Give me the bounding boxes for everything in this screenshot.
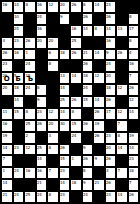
cell[interactable]: 14	[59, 84, 71, 96]
cell[interactable]: 8	[128, 13, 140, 25]
cell-number: 24	[83, 85, 88, 90]
cell[interactable]: 20	[1, 84, 13, 96]
cell[interactable]: 20	[105, 72, 117, 84]
cell[interactable]: 13	[59, 72, 71, 84]
cell[interactable]: 23	[13, 144, 25, 156]
cell[interactable]: 26	[36, 120, 48, 132]
cell-number: 26	[106, 97, 111, 102]
black-cell	[47, 72, 59, 84]
cell[interactable]: 23	[105, 191, 117, 203]
cell[interactable]: 26	[82, 120, 94, 132]
cell-number: 15	[72, 121, 77, 126]
cell-number: 23	[37, 109, 42, 114]
cell[interactable]: 8	[82, 1, 94, 13]
cell-number: 18	[83, 73, 88, 78]
black-cell	[116, 96, 128, 108]
black-cell	[70, 167, 82, 179]
black-cell	[47, 96, 59, 108]
cell-number: 12	[118, 109, 123, 114]
cell[interactable]: 8	[24, 108, 36, 120]
cell-number: 4	[129, 50, 131, 55]
cell[interactable]: 21	[1, 191, 13, 203]
black-cell	[47, 25, 59, 37]
cell[interactable]: 26	[128, 191, 140, 203]
cell-number: 23	[106, 192, 111, 197]
cell[interactable]: 14	[128, 144, 140, 156]
cell[interactable]: 12	[47, 1, 59, 13]
cell[interactable]: 19	[128, 132, 140, 144]
cell[interactable]: 8	[36, 84, 48, 96]
cell-number: 20	[106, 73, 111, 78]
cell[interactable]: 24	[105, 60, 117, 72]
cell-number: 7	[118, 168, 120, 173]
cell-number: 14	[3, 145, 8, 150]
black-cell	[70, 144, 82, 156]
cell[interactable]: 24	[82, 191, 94, 203]
cell[interactable]: 24	[36, 191, 48, 203]
cell[interactable]: 24	[13, 191, 25, 203]
cell-number: 7	[129, 180, 131, 185]
black-cell	[93, 84, 105, 96]
cell-number: 23	[3, 61, 8, 66]
cell-number: 2	[26, 133, 28, 138]
cell[interactable]: 16	[105, 37, 117, 49]
cell[interactable]: 15	[59, 155, 71, 167]
cell-number: 12	[49, 109, 54, 114]
black-cell	[93, 60, 105, 72]
cell[interactable]: 24	[70, 132, 82, 144]
cell[interactable]: 8	[47, 60, 59, 72]
cell[interactable]: 16	[128, 60, 140, 72]
cell-number: 9	[83, 180, 85, 185]
cell[interactable]: 3	[47, 132, 59, 144]
cell[interactable]: 26	[1, 49, 13, 61]
cell[interactable]: 14	[128, 108, 140, 120]
black-cell	[1, 13, 13, 25]
cell[interactable]: 24	[82, 84, 94, 96]
cell[interactable]: 8	[116, 132, 128, 144]
cell-number: 9	[37, 97, 39, 102]
cell-number: 16	[106, 38, 111, 43]
cell-number: 10	[14, 14, 19, 19]
cell[interactable]: 14	[82, 25, 94, 37]
cell[interactable]: 9	[93, 155, 105, 167]
cell-number: 24	[14, 26, 19, 31]
cell[interactable]: 9	[59, 13, 71, 25]
cell[interactable]: 26	[70, 96, 82, 108]
black-cell	[82, 108, 94, 120]
cell-number: 6	[49, 50, 51, 55]
cell[interactable]: 14	[105, 25, 117, 37]
cell[interactable]: 17	[105, 108, 117, 120]
cell-number: 26	[60, 145, 65, 150]
cell[interactable]: 14	[13, 96, 25, 108]
cell[interactable]: 11	[1, 108, 13, 120]
cell[interactable]: 23	[105, 1, 117, 13]
cell-number: 8	[49, 61, 51, 66]
cell-number: 15	[60, 156, 65, 161]
cell[interactable]: 18	[82, 72, 94, 84]
cell-number: 26	[95, 109, 100, 114]
keyword-puzzle-grid: 1614816122026814231024926268241616148141…	[0, 0, 140, 204]
black-cell	[36, 72, 48, 84]
cell[interactable]: 1	[1, 167, 13, 179]
cell-number: 7	[3, 156, 5, 161]
cell[interactable]: 4	[128, 49, 140, 61]
cell-number: 8	[26, 2, 28, 7]
letter-cell[interactable]: 5Б	[13, 72, 25, 84]
cell-number: 9	[106, 50, 108, 55]
cell[interactable]: 14	[1, 144, 13, 156]
black-cell	[47, 179, 59, 191]
black-cell	[116, 72, 128, 84]
cell-number: 20	[60, 2, 65, 7]
cell[interactable]: 16	[1, 120, 13, 132]
cell-number: 16	[37, 168, 42, 173]
black-cell	[59, 132, 71, 144]
cell[interactable]: 25	[59, 96, 71, 108]
cell-number: 23	[60, 192, 65, 197]
cell[interactable]: 14	[36, 155, 48, 167]
cell[interactable]: 25	[36, 144, 48, 156]
cell[interactable]: 23	[59, 191, 71, 203]
cell-number: 19	[3, 133, 8, 138]
cell[interactable]: 18	[70, 179, 82, 191]
cell-number: 26	[129, 192, 134, 197]
cell[interactable]: 21	[36, 179, 48, 191]
cell-number: 30	[60, 121, 65, 126]
cell-number: 8	[72, 109, 74, 114]
cell[interactable]: 16	[36, 1, 48, 13]
cell[interactable]: 7	[128, 72, 140, 84]
cell[interactable]: 8	[70, 108, 82, 120]
black-cell	[13, 155, 25, 167]
cell-number: 19	[129, 133, 134, 138]
cell-number: 14	[118, 192, 123, 197]
cell-number: 17	[129, 26, 134, 31]
given-letter: Б	[14, 76, 24, 83]
cell-number: 14	[95, 2, 100, 7]
cell-number: 15	[83, 97, 88, 102]
cell-number: 14	[118, 145, 123, 150]
cell-number: 26	[26, 38, 31, 43]
cell-number: 26	[72, 2, 77, 7]
black-cell	[116, 60, 128, 72]
black-cell	[70, 60, 82, 72]
cell[interactable]: 2	[24, 132, 36, 144]
cell[interactable]: 14	[59, 179, 71, 191]
cell-number: 20	[106, 145, 111, 150]
black-cell	[116, 1, 128, 13]
cell-number: 1	[26, 50, 28, 55]
cell[interactable]: 26	[105, 96, 117, 108]
cell-number: 23	[14, 145, 19, 150]
cell[interactable]: 14	[1, 179, 13, 191]
cell-number: 17	[106, 109, 111, 114]
cell[interactable]: 7	[47, 167, 59, 179]
cell-number: 15	[14, 109, 19, 114]
cell[interactable]: 15	[70, 120, 82, 132]
letter-cell[interactable]: 18Ъ	[24, 72, 36, 84]
cell[interactable]: 26	[82, 13, 94, 25]
cell[interactable]: 23	[128, 155, 140, 167]
cell-number: 18	[106, 85, 111, 90]
cell[interactable]: 8	[47, 191, 59, 203]
cell[interactable]: 12	[47, 108, 59, 120]
given-letter: Ъ	[25, 76, 35, 83]
cell[interactable]: 16	[1, 1, 13, 13]
black-cell	[36, 60, 48, 72]
cell[interactable]: 1	[24, 49, 36, 61]
cell[interactable]: 20	[105, 144, 117, 156]
cell[interactable]: 24	[36, 13, 48, 25]
cell[interactable]: 14	[70, 72, 82, 84]
cell-number: 8	[26, 109, 28, 114]
cell-number: 12	[49, 2, 54, 7]
cell-number: 9	[83, 145, 85, 150]
cell[interactable]: 14	[13, 1, 25, 13]
cell-number: 8	[129, 38, 131, 43]
cell[interactable]: 24	[24, 84, 36, 96]
cell-number: 25	[60, 97, 65, 102]
cell-number: 20	[49, 38, 54, 43]
cell[interactable]: 23	[1, 60, 13, 72]
cell-number: 8	[83, 168, 85, 173]
cell[interactable]: 18	[105, 84, 117, 96]
cell[interactable]: 14	[93, 96, 105, 108]
cell-number: 24	[26, 61, 31, 66]
cell[interactable]: 20	[47, 37, 59, 49]
cell[interactable]: 15	[82, 96, 94, 108]
cell[interactable]: 7	[116, 120, 128, 132]
cell[interactable]: 16	[36, 167, 48, 179]
cell-number: 24	[37, 192, 42, 197]
cell[interactable]: 12	[116, 108, 128, 120]
black-cell	[93, 37, 105, 49]
cell[interactable]: 7	[1, 155, 13, 167]
cell-number: 16	[129, 61, 134, 66]
cell[interactable]: 12	[93, 72, 105, 84]
cell[interactable]: 19	[93, 120, 105, 132]
cell-number: 26	[83, 121, 88, 126]
black-cell	[70, 191, 82, 203]
cell[interactable]: 9	[105, 49, 117, 61]
cell-number: 8	[37, 85, 39, 90]
cell[interactable]: 26	[128, 84, 140, 96]
cell[interactable]: 13	[116, 25, 128, 37]
cell[interactable]: 12	[24, 144, 36, 156]
black-cell	[36, 132, 48, 144]
cell[interactable]: 15	[13, 108, 25, 120]
cell-number: 8	[49, 192, 51, 197]
cell-number: 21	[95, 180, 100, 185]
cell[interactable]: 20	[47, 120, 59, 132]
cell-number: 26	[106, 180, 111, 185]
cell[interactable]: 8	[82, 167, 94, 179]
cell[interactable]: 25	[24, 191, 36, 203]
cell[interactable]: 24	[13, 25, 25, 37]
cell[interactable]: 1	[70, 155, 82, 167]
cell[interactable]: 4	[1, 37, 13, 49]
cell-number: 21	[3, 192, 8, 197]
cell-number: 18	[60, 50, 65, 55]
cell-number: 20	[49, 121, 54, 126]
cell-number: 7	[49, 168, 51, 173]
cell-number: 18	[14, 85, 19, 90]
cell-number: 24	[106, 61, 111, 66]
cell[interactable]: 10	[13, 13, 25, 25]
cell[interactable]: 3	[105, 167, 117, 179]
cell[interactable]: 18	[13, 84, 25, 96]
cell-number: 3	[106, 168, 108, 173]
cell[interactable]: 26	[93, 132, 105, 144]
black-cell	[105, 120, 117, 132]
cell-number: 13	[60, 73, 65, 78]
cell[interactable]: 26	[82, 60, 94, 72]
cell[interactable]: 17	[128, 25, 140, 37]
black-cell	[116, 179, 128, 191]
cell[interactable]: 23	[36, 108, 48, 120]
cell-number: 25	[26, 192, 31, 197]
black-cell	[1, 96, 13, 108]
letter-cell[interactable]: 26О	[1, 72, 13, 84]
cell[interactable]: 30	[59, 120, 71, 132]
black-cell	[70, 84, 82, 96]
cell-number: 26	[118, 50, 123, 55]
cell-number: 24	[14, 168, 19, 173]
cell[interactable]: 20	[59, 1, 71, 13]
cell[interactable]: 18	[128, 167, 140, 179]
cell-number: 25	[37, 145, 42, 150]
cell-number: 12	[95, 73, 100, 78]
cell-number: 26	[95, 133, 100, 138]
black-cell	[82, 132, 94, 144]
cell[interactable]: 26	[105, 155, 117, 167]
cell-number: 8	[95, 26, 97, 31]
cell[interactable]: 6	[47, 49, 59, 61]
cell[interactable]: 26	[105, 13, 117, 25]
black-cell	[24, 13, 36, 25]
black-cell	[116, 13, 128, 25]
cell-number: 14	[3, 180, 8, 185]
cell[interactable]: 18	[59, 49, 71, 61]
cell-number: 26	[106, 14, 111, 19]
black-cell	[13, 132, 25, 144]
cell-number: 14	[60, 109, 65, 114]
cell-number: 24	[26, 85, 31, 90]
cell[interactable]: 8	[24, 1, 36, 13]
cell-number: 26	[37, 121, 42, 126]
cell[interactable]: 25	[24, 120, 36, 132]
cell-number: 14	[14, 97, 19, 102]
given-letter: О	[2, 76, 12, 83]
black-cell	[47, 13, 59, 25]
cell-number: 24	[83, 192, 88, 197]
cell[interactable]: 20	[36, 37, 48, 49]
cell[interactable]: 26	[93, 108, 105, 120]
cell[interactable]: 16	[36, 25, 48, 37]
cell[interactable]: 9	[82, 179, 94, 191]
cell[interactable]: 24	[24, 60, 36, 72]
cell[interactable]: 9	[82, 144, 94, 156]
cell[interactable]: 23	[13, 37, 25, 49]
black-cell	[13, 60, 25, 72]
cell-number: 8	[83, 2, 85, 7]
cell[interactable]: 12	[116, 84, 128, 96]
cell-number: 8	[118, 133, 120, 138]
cell-number: 20	[37, 38, 42, 43]
cell-number: 7	[129, 73, 131, 78]
cell[interactable]: 9	[36, 96, 48, 108]
cell[interactable]: 14	[59, 108, 71, 120]
cell-number: 26	[83, 14, 88, 19]
cell[interactable]: 16	[13, 49, 25, 61]
cell-number: 16	[14, 50, 19, 55]
cell[interactable]: 26	[116, 49, 128, 61]
cell-number: 24	[72, 133, 77, 138]
cell-number: 19	[95, 121, 100, 126]
cell-number: 24	[14, 192, 19, 197]
cell[interactable]: 12	[128, 96, 140, 108]
cell[interactable]: 26	[82, 155, 94, 167]
cell-number: 23	[14, 38, 19, 43]
cell[interactable]: 14	[93, 1, 105, 13]
cell[interactable]: 21	[82, 49, 94, 61]
cell-number: 24	[37, 14, 42, 19]
cell-number: 14	[60, 85, 65, 90]
cell-number: 26	[83, 156, 88, 161]
black-cell	[128, 1, 140, 13]
cell[interactable]: 25	[70, 37, 82, 49]
cell-number: 23	[106, 2, 111, 7]
cell-number: 14	[129, 145, 134, 150]
cell[interactable]: 8	[93, 25, 105, 37]
cell[interactable]: 7	[128, 179, 140, 191]
cell[interactable]: 21	[93, 179, 105, 191]
cell[interactable]: 23	[105, 132, 117, 144]
cell-number: 21	[37, 180, 42, 185]
cell[interactable]: 7	[116, 167, 128, 179]
cell-number: 26	[3, 50, 8, 55]
black-cell	[93, 191, 105, 203]
cell[interactable]: 14	[116, 191, 128, 203]
cell-number: 21	[83, 50, 88, 55]
cell[interactable]: 24	[13, 167, 25, 179]
cell[interactable]: 26	[70, 1, 82, 13]
cell-number: 26	[72, 97, 77, 102]
cell[interactable]: 26	[59, 144, 71, 156]
cell[interactable]: 16	[24, 167, 36, 179]
cell[interactable]: 14	[93, 49, 105, 61]
cell[interactable]: 16	[70, 25, 82, 37]
cell[interactable]: 26	[24, 37, 36, 49]
cell[interactable]: 14	[116, 144, 128, 156]
cell[interactable]: 8	[128, 37, 140, 49]
cell-number: 26	[72, 50, 77, 55]
black-cell	[1, 25, 13, 37]
black-cell	[82, 37, 94, 49]
cell[interactable]: 26	[70, 49, 82, 61]
cell[interactable]: 26	[105, 179, 117, 191]
cell-number: 26	[129, 85, 134, 90]
cell[interactable]: 19	[1, 132, 13, 144]
black-cell	[93, 167, 105, 179]
cell-number: 16	[37, 26, 42, 31]
cell[interactable]: 8	[47, 144, 59, 156]
cell[interactable]: 23	[59, 167, 71, 179]
black-cell	[59, 25, 71, 37]
cell-number: 14	[106, 26, 111, 31]
